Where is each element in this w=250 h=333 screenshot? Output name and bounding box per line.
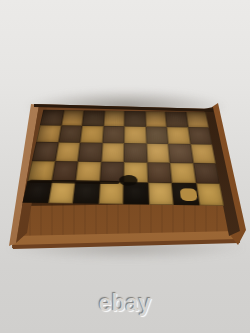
chessboard	[22, 110, 224, 206]
photo-scene: ebay	[0, 0, 250, 333]
worn-paint-patch	[180, 188, 197, 200]
ebay-watermark: ebay	[0, 290, 250, 317]
